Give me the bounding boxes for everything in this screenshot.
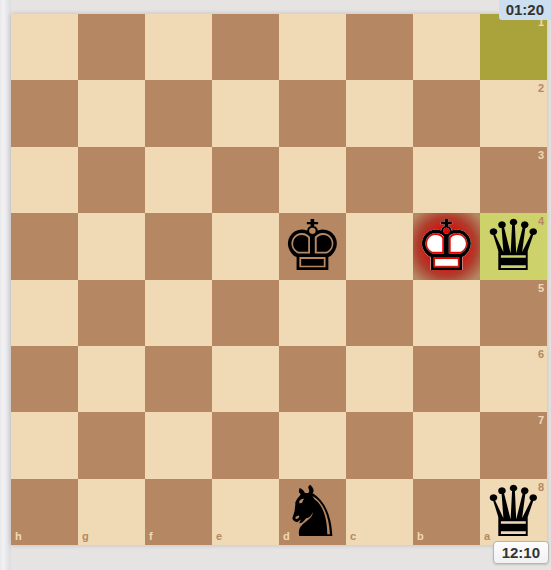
square-e2[interactable] [212, 80, 279, 146]
square-f2[interactable] [145, 80, 212, 146]
square-h5[interactable] [11, 280, 78, 346]
rank-label-3: 3 [538, 150, 544, 161]
square-a6[interactable]: 6 [480, 346, 547, 412]
square-b5[interactable] [413, 280, 480, 346]
rank-label-6: 6 [538, 349, 544, 360]
square-b6[interactable] [413, 346, 480, 412]
square-g1[interactable] [78, 14, 145, 80]
square-f1[interactable] [145, 14, 212, 80]
square-c3[interactable] [346, 147, 413, 213]
square-e8[interactable]: e [212, 479, 279, 545]
square-a4[interactable]: 4♛ [480, 213, 547, 279]
square-f5[interactable] [145, 280, 212, 346]
square-e7[interactable] [212, 412, 279, 478]
square-h7[interactable] [11, 412, 78, 478]
square-a3[interactable]: 3 [480, 147, 547, 213]
black-queen-piece[interactable]: ♛ [480, 213, 547, 279]
file-label-f: f [149, 531, 153, 542]
rank-label-7: 7 [538, 415, 544, 426]
square-h2[interactable] [11, 80, 78, 146]
square-c5[interactable] [346, 280, 413, 346]
square-c2[interactable] [346, 80, 413, 146]
square-g6[interactable] [78, 346, 145, 412]
king-outline-glyph: ♔ [413, 213, 480, 279]
square-g7[interactable] [78, 412, 145, 478]
square-d2[interactable] [279, 80, 346, 146]
square-c6[interactable] [346, 346, 413, 412]
file-label-c: c [350, 531, 356, 542]
square-a2[interactable]: 2 [480, 80, 547, 146]
top-clock: 01:20 [499, 0, 551, 20]
square-f4[interactable] [145, 213, 212, 279]
square-b8[interactable]: b [413, 479, 480, 545]
file-label-b: b [417, 531, 424, 542]
square-h3[interactable] [11, 147, 78, 213]
square-b1[interactable] [413, 14, 480, 80]
square-h8[interactable]: h [11, 479, 78, 545]
square-g4[interactable] [78, 213, 145, 279]
file-label-h: h [15, 531, 22, 542]
page-gutter [0, 0, 11, 570]
square-c4[interactable] [346, 213, 413, 279]
black-king-piece[interactable]: ♚ [279, 213, 346, 279]
square-b2[interactable] [413, 80, 480, 146]
bottom-clock: 12:10 [493, 541, 549, 564]
square-h6[interactable] [11, 346, 78, 412]
square-d4[interactable]: ♚ [279, 213, 346, 279]
rank-label-5: 5 [538, 283, 544, 294]
black-queen-piece[interactable]: ♛ [480, 479, 547, 545]
square-a1[interactable]: 1 [480, 14, 547, 80]
page: 123♚♚♔4♛567hgfed♞cb8a♛ 01:20 12:10 [0, 0, 551, 570]
square-f3[interactable] [145, 147, 212, 213]
square-f8[interactable]: f [145, 479, 212, 545]
square-b7[interactable] [413, 412, 480, 478]
square-e1[interactable] [212, 14, 279, 80]
square-e6[interactable] [212, 346, 279, 412]
file-label-g: g [82, 531, 89, 542]
square-d7[interactable] [279, 412, 346, 478]
square-d1[interactable] [279, 14, 346, 80]
square-c1[interactable] [346, 14, 413, 80]
black-knight-piece[interactable]: ♞ [279, 479, 346, 545]
file-label-e: e [216, 531, 222, 542]
white-king-piece[interactable]: ♚♔ [413, 213, 480, 279]
square-c8[interactable]: c [346, 479, 413, 545]
square-f6[interactable] [145, 346, 212, 412]
square-a8[interactable]: 8a♛ [480, 479, 547, 545]
square-h4[interactable] [11, 213, 78, 279]
square-e3[interactable] [212, 147, 279, 213]
square-a7[interactable]: 7 [480, 412, 547, 478]
square-e4[interactable] [212, 213, 279, 279]
square-b4[interactable]: ♚♔ [413, 213, 480, 279]
square-b3[interactable] [413, 147, 480, 213]
square-e5[interactable] [212, 280, 279, 346]
square-a5[interactable]: 5 [480, 280, 547, 346]
square-g2[interactable] [78, 80, 145, 146]
square-g5[interactable] [78, 280, 145, 346]
rank-label-2: 2 [538, 83, 544, 94]
square-c7[interactable] [346, 412, 413, 478]
square-d8[interactable]: d♞ [279, 479, 346, 545]
square-d5[interactable] [279, 280, 346, 346]
square-d6[interactable] [279, 346, 346, 412]
square-h1[interactable] [11, 14, 78, 80]
square-f7[interactable] [145, 412, 212, 478]
chess-board[interactable]: 123♚♚♔4♛567hgfed♞cb8a♛ [11, 14, 547, 545]
square-g3[interactable] [78, 147, 145, 213]
square-g8[interactable]: g [78, 479, 145, 545]
square-d3[interactable] [279, 147, 346, 213]
